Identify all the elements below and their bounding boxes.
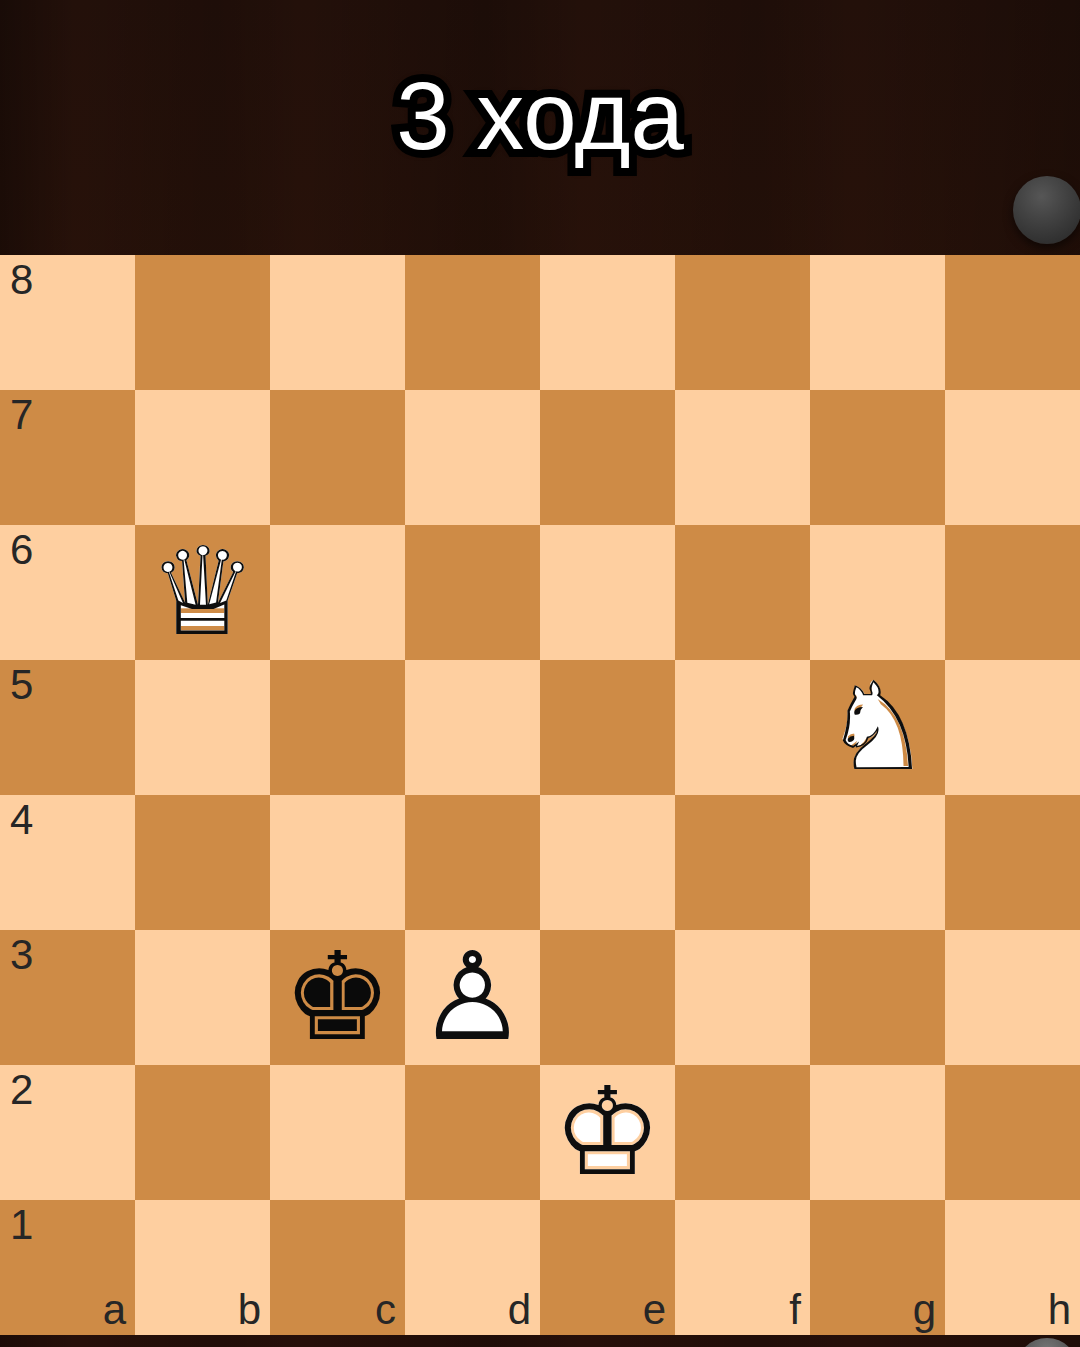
square-d7[interactable] bbox=[405, 390, 540, 525]
page-title-outline: 3 хода bbox=[0, 66, 1080, 167]
square-g8[interactable] bbox=[810, 255, 945, 390]
black-king-glyph-fill: ♚ bbox=[270, 930, 405, 1065]
file-label-d: d bbox=[508, 1289, 531, 1331]
square-e2[interactable]: ♚♔ bbox=[540, 1065, 675, 1200]
square-f3[interactable] bbox=[675, 930, 810, 1065]
white-king-glyph-outline: ♔ bbox=[540, 1065, 675, 1200]
square-f8[interactable] bbox=[675, 255, 810, 390]
square-g2[interactable] bbox=[810, 1065, 945, 1200]
square-h8[interactable] bbox=[945, 255, 1080, 390]
square-g5[interactable]: ♞♘ bbox=[810, 660, 945, 795]
white-pawn[interactable]: ♟♙ bbox=[405, 930, 540, 1065]
white-king[interactable]: ♚♔ bbox=[540, 1065, 675, 1200]
square-e1[interactable]: e bbox=[540, 1200, 675, 1335]
white-queen-glyph-outline: ♕ bbox=[135, 525, 270, 660]
file-label-a: a bbox=[103, 1289, 126, 1331]
square-b5[interactable] bbox=[135, 660, 270, 795]
file-label-c: c bbox=[375, 1289, 396, 1331]
square-c3[interactable]: ♚ bbox=[270, 930, 405, 1065]
rank-label-4: 4 bbox=[10, 797, 33, 843]
square-d1[interactable]: d bbox=[405, 1200, 540, 1335]
square-c8[interactable] bbox=[270, 255, 405, 390]
white-knight[interactable]: ♞♘ bbox=[810, 660, 945, 795]
square-b3[interactable] bbox=[135, 930, 270, 1065]
square-g6[interactable] bbox=[810, 525, 945, 660]
black-king[interactable]: ♚ bbox=[270, 930, 405, 1065]
square-c7[interactable] bbox=[270, 390, 405, 525]
square-f1[interactable]: f bbox=[675, 1200, 810, 1335]
square-h1[interactable]: h bbox=[945, 1200, 1080, 1335]
square-d8[interactable] bbox=[405, 255, 540, 390]
square-d6[interactable] bbox=[405, 525, 540, 660]
square-h5[interactable] bbox=[945, 660, 1080, 795]
square-a7[interactable]: 7 bbox=[0, 390, 135, 525]
square-e5[interactable] bbox=[540, 660, 675, 795]
rank-label-2: 2 bbox=[10, 1067, 33, 1113]
square-e4[interactable] bbox=[540, 795, 675, 930]
square-c4[interactable] bbox=[270, 795, 405, 930]
square-b8[interactable] bbox=[135, 255, 270, 390]
square-c2[interactable] bbox=[270, 1065, 405, 1200]
square-f5[interactable] bbox=[675, 660, 810, 795]
square-a6[interactable]: 6 bbox=[0, 525, 135, 660]
square-c5[interactable] bbox=[270, 660, 405, 795]
white-queen[interactable]: ♛♕ bbox=[135, 525, 270, 660]
black-to-move-indicator bbox=[1013, 176, 1080, 244]
square-e6[interactable] bbox=[540, 525, 675, 660]
white-knight-glyph-outline: ♘ bbox=[810, 660, 945, 795]
square-d4[interactable] bbox=[405, 795, 540, 930]
square-e3[interactable] bbox=[540, 930, 675, 1065]
square-g1[interactable]: g bbox=[810, 1200, 945, 1335]
square-a2[interactable]: 2 bbox=[0, 1065, 135, 1200]
square-b2[interactable] bbox=[135, 1065, 270, 1200]
rank-label-1: 1 bbox=[10, 1202, 33, 1248]
square-g3[interactable] bbox=[810, 930, 945, 1065]
square-h4[interactable] bbox=[945, 795, 1080, 930]
square-a3[interactable]: 3 bbox=[0, 930, 135, 1065]
rank-label-6: 6 bbox=[10, 527, 33, 573]
rank-label-7: 7 bbox=[10, 392, 33, 438]
square-h2[interactable] bbox=[945, 1065, 1080, 1200]
file-label-f: f bbox=[789, 1289, 801, 1331]
square-c1[interactable]: c bbox=[270, 1200, 405, 1335]
square-f4[interactable] bbox=[675, 795, 810, 930]
chess-puzzle-screen: 3 хода 3 хода 876♛♕5♞♘43♚♟♙2♚♔1abcdefgh bbox=[0, 0, 1080, 1347]
rank-label-3: 3 bbox=[10, 932, 33, 978]
board: 876♛♕5♞♘43♚♟♙2♚♔1abcdefgh bbox=[0, 255, 1080, 1335]
square-g4[interactable] bbox=[810, 795, 945, 930]
square-b1[interactable]: b bbox=[135, 1200, 270, 1335]
file-label-b: b bbox=[238, 1289, 261, 1331]
square-a1[interactable]: 1a bbox=[0, 1200, 135, 1335]
white-pawn-glyph-outline: ♙ bbox=[405, 930, 540, 1065]
square-b4[interactable] bbox=[135, 795, 270, 930]
square-d3[interactable]: ♟♙ bbox=[405, 930, 540, 1065]
square-b6[interactable]: ♛♕ bbox=[135, 525, 270, 660]
square-h6[interactable] bbox=[945, 525, 1080, 660]
square-a5[interactable]: 5 bbox=[0, 660, 135, 795]
square-a8[interactable]: 8 bbox=[0, 255, 135, 390]
square-e8[interactable] bbox=[540, 255, 675, 390]
file-label-e: e bbox=[643, 1289, 666, 1331]
square-f6[interactable] bbox=[675, 525, 810, 660]
page-title-text: 3 хода bbox=[0, 66, 1080, 167]
file-label-h: h bbox=[1048, 1289, 1071, 1331]
square-f2[interactable] bbox=[675, 1065, 810, 1200]
square-a4[interactable]: 4 bbox=[0, 795, 135, 930]
square-d2[interactable] bbox=[405, 1065, 540, 1200]
square-g7[interactable] bbox=[810, 390, 945, 525]
square-h3[interactable] bbox=[945, 930, 1080, 1065]
square-h7[interactable] bbox=[945, 390, 1080, 525]
file-label-g: g bbox=[913, 1289, 936, 1331]
square-f7[interactable] bbox=[675, 390, 810, 525]
square-d5[interactable] bbox=[405, 660, 540, 795]
rank-label-8: 8 bbox=[10, 257, 33, 303]
square-e7[interactable] bbox=[540, 390, 675, 525]
bottom-indicator-partial bbox=[1016, 1338, 1078, 1347]
square-c6[interactable] bbox=[270, 525, 405, 660]
rank-label-5: 5 bbox=[10, 662, 33, 708]
square-b7[interactable] bbox=[135, 390, 270, 525]
